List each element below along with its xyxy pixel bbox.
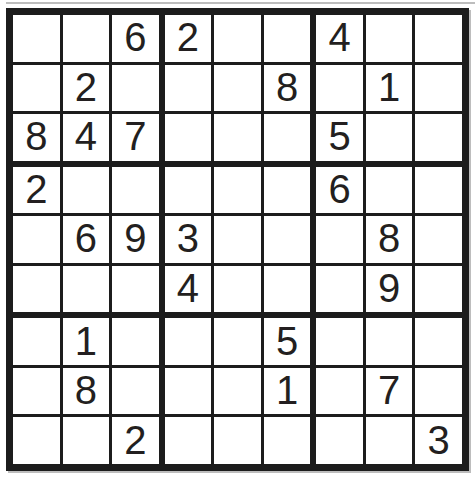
cell-r2c6[interactable]: 8 [264, 65, 311, 112]
cell-r4c7[interactable]: 6 [316, 167, 363, 214]
scan-hairline-top [6, 2, 475, 4]
cell-r6c8[interactable]: 9 [366, 266, 413, 313]
given-digit: 4 [75, 116, 97, 156]
cell-r9c4[interactable] [165, 417, 212, 464]
cell-r6c5[interactable] [214, 266, 261, 313]
cell-r5c4[interactable]: 3 [165, 216, 212, 263]
cell-r7c5[interactable] [214, 318, 261, 365]
given-digit: 6 [75, 218, 97, 258]
cell-r5c2[interactable]: 6 [63, 216, 110, 263]
cell-r9c5[interactable] [214, 417, 261, 464]
cell-r3c6[interactable] [264, 114, 311, 161]
cell-r7c6[interactable]: 5 [264, 318, 311, 365]
cell-r4c2[interactable] [63, 167, 110, 214]
given-digit: 7 [378, 370, 400, 410]
given-digit: 5 [328, 116, 350, 156]
cell-r8c3[interactable] [112, 368, 159, 415]
cell-r3c4[interactable] [165, 114, 212, 161]
cell-r2c9[interactable] [415, 65, 462, 112]
cell-r8c9[interactable] [415, 368, 462, 415]
box-2: 28 [165, 15, 311, 161]
given-digit: 8 [75, 370, 97, 410]
cell-r8c5[interactable] [214, 368, 261, 415]
cell-r7c7[interactable] [316, 318, 363, 365]
cell-r5c6[interactable] [264, 216, 311, 263]
cell-r5c8[interactable]: 8 [366, 216, 413, 263]
cell-r8c4[interactable] [165, 368, 212, 415]
cell-r8c6[interactable]: 1 [264, 368, 311, 415]
cell-r7c1[interactable] [13, 318, 60, 365]
cell-r1c6[interactable] [264, 15, 311, 62]
cell-r4c6[interactable] [264, 167, 311, 214]
cell-r4c1[interactable]: 2 [13, 167, 60, 214]
cell-r3c2[interactable]: 4 [63, 114, 110, 161]
given-digit: 6 [328, 169, 350, 209]
cell-r4c4[interactable] [165, 167, 212, 214]
cell-r1c3[interactable]: 6 [112, 15, 159, 62]
given-digit: 4 [177, 268, 199, 308]
cell-r9c3[interactable]: 2 [112, 417, 159, 464]
given-digit: 7 [124, 116, 146, 156]
cell-r1c7[interactable]: 4 [316, 15, 363, 62]
cell-r2c3[interactable] [112, 65, 159, 112]
cell-r6c4[interactable]: 4 [165, 266, 212, 313]
cell-r6c9[interactable] [415, 266, 462, 313]
cell-r1c1[interactable] [13, 15, 60, 62]
given-digit: 1 [276, 370, 298, 410]
cell-r9c8[interactable] [366, 417, 413, 464]
cell-r8c7[interactable] [316, 368, 363, 415]
cell-r7c3[interactable] [112, 318, 159, 365]
given-digit: 9 [124, 218, 146, 258]
given-digit: 8 [276, 67, 298, 107]
box-9: 73 [316, 318, 462, 464]
given-digit: 2 [75, 67, 97, 107]
cell-r9c2[interactable] [63, 417, 110, 464]
cell-r7c8[interactable] [366, 318, 413, 365]
cell-r3c8[interactable] [366, 114, 413, 161]
given-digit: 1 [75, 321, 97, 361]
cell-r2c7[interactable] [316, 65, 363, 112]
cell-r4c9[interactable] [415, 167, 462, 214]
cell-r2c4[interactable] [165, 65, 212, 112]
cell-r3c5[interactable] [214, 114, 261, 161]
box-1: 62847 [13, 15, 159, 161]
cell-r7c9[interactable] [415, 318, 462, 365]
cell-r2c1[interactable] [13, 65, 60, 112]
cell-r5c7[interactable] [316, 216, 363, 263]
given-digit: 8 [25, 116, 47, 156]
cell-r4c8[interactable] [366, 167, 413, 214]
cell-r6c2[interactable] [63, 266, 110, 313]
given-digit: 3 [177, 218, 199, 258]
given-digit: 3 [428, 420, 450, 460]
given-digit: 1 [378, 67, 400, 107]
box-4: 269 [13, 167, 159, 313]
cell-r6c1[interactable] [13, 266, 60, 313]
given-digit: 9 [378, 268, 400, 308]
cell-r8c8[interactable]: 7 [366, 368, 413, 415]
cell-r1c9[interactable] [415, 15, 462, 62]
given-digit: 8 [378, 218, 400, 258]
cell-r4c5[interactable] [214, 167, 261, 214]
cell-r3c9[interactable] [415, 114, 462, 161]
cell-r9c6[interactable] [264, 417, 311, 464]
cell-r6c6[interactable] [264, 266, 311, 313]
given-digit: 4 [328, 17, 350, 57]
box-7: 182 [13, 318, 159, 464]
cell-r8c2[interactable]: 8 [63, 368, 110, 415]
cell-r5c5[interactable] [214, 216, 261, 263]
box-5: 34 [165, 167, 311, 313]
cell-r3c7[interactable]: 5 [316, 114, 363, 161]
cell-r5c9[interactable] [415, 216, 462, 263]
cell-r1c4[interactable]: 2 [165, 15, 212, 62]
cell-r7c4[interactable] [165, 318, 212, 365]
cell-r5c1[interactable] [13, 216, 60, 263]
cell-r9c1[interactable] [13, 417, 60, 464]
cell-r1c5[interactable] [214, 15, 261, 62]
cell-r2c2[interactable]: 2 [63, 65, 110, 112]
cell-r2c5[interactable] [214, 65, 261, 112]
cell-r9c7[interactable] [316, 417, 363, 464]
given-digit: 2 [25, 169, 47, 209]
cell-r3c3[interactable]: 7 [112, 114, 159, 161]
box-8: 51 [165, 318, 311, 464]
cell-r8c1[interactable] [13, 368, 60, 415]
cell-r2c8[interactable]: 1 [366, 65, 413, 112]
cell-r4c3[interactable] [112, 167, 159, 214]
cell-r1c2[interactable] [63, 15, 110, 62]
given-digit: 2 [177, 17, 199, 57]
cell-r1c8[interactable] [366, 15, 413, 62]
box-3: 415 [316, 15, 462, 161]
cell-r3c1[interactable]: 8 [13, 114, 60, 161]
given-digit: 6 [124, 17, 146, 57]
cell-r7c2[interactable]: 1 [63, 318, 110, 365]
box-6: 689 [316, 167, 462, 313]
cell-r6c3[interactable] [112, 266, 159, 313]
given-digit: 5 [276, 321, 298, 361]
sudoku-board: 6284728415269346891825173 [6, 8, 469, 471]
cell-r6c7[interactable] [316, 266, 363, 313]
cell-r5c3[interactable]: 9 [112, 216, 159, 263]
given-digit: 2 [124, 420, 146, 460]
cell-r9c9[interactable]: 3 [415, 417, 462, 464]
